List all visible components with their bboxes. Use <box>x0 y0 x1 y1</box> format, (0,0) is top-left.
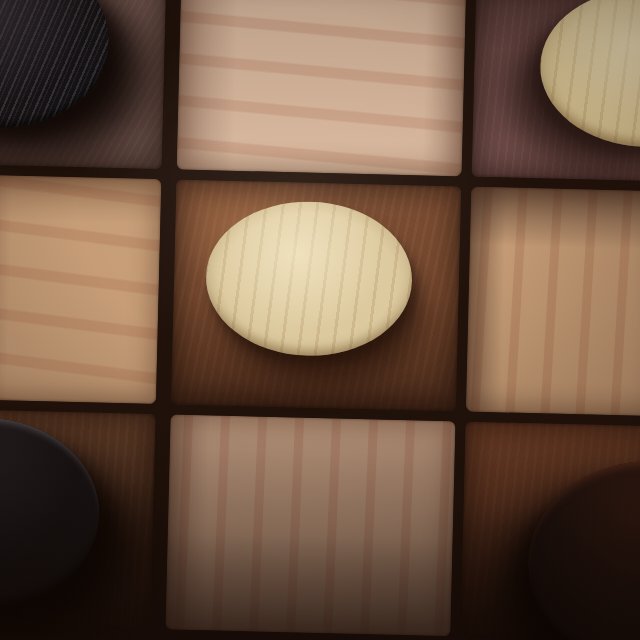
square-r1c2-light[interactable] <box>466 187 640 417</box>
checkers-board <box>0 0 640 640</box>
square-r2c1-light[interactable] <box>165 414 455 636</box>
checkers-photo-scene <box>0 0 640 640</box>
square-r1c0-light[interactable] <box>0 175 161 404</box>
square-r0c1-light[interactable] <box>177 0 467 176</box>
